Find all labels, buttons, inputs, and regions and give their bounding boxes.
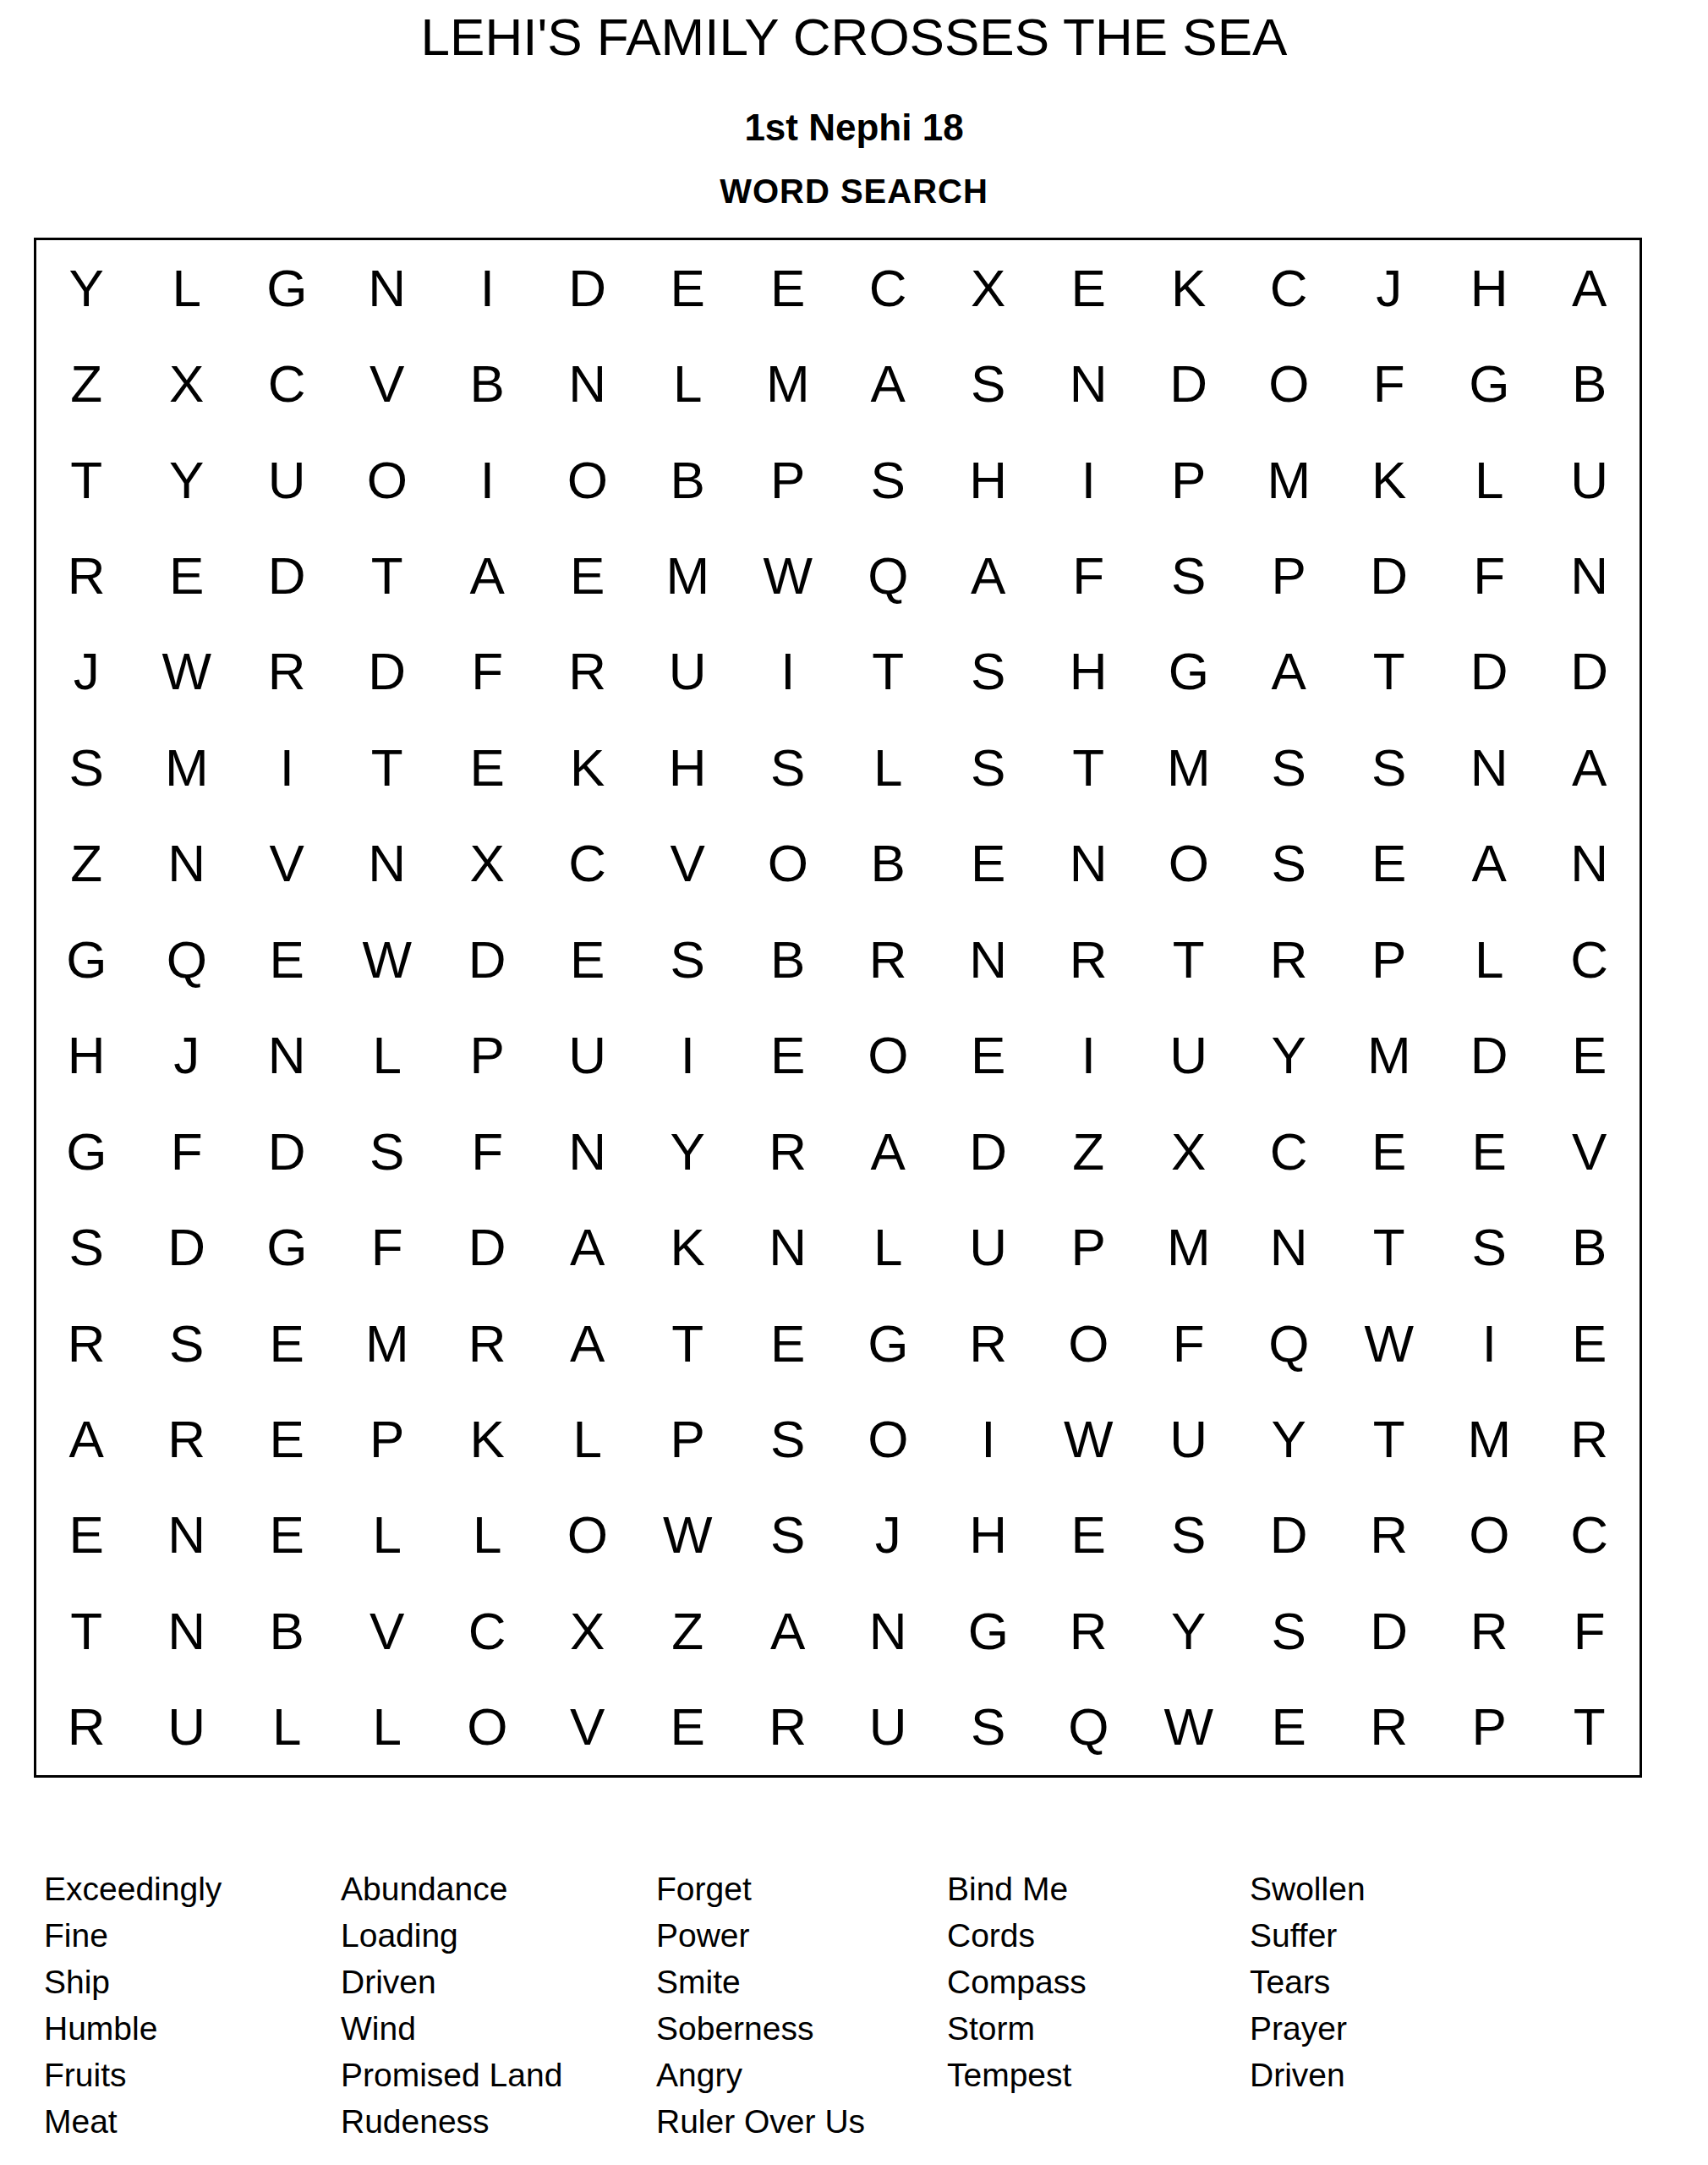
grid-cell-r8c16: C xyxy=(1540,912,1640,1007)
grid-cell-r3c13: M xyxy=(1239,432,1339,528)
grid-cell-r12c7: T xyxy=(638,1296,738,1391)
grid-cell-r6c6: K xyxy=(538,720,638,815)
grid-cell-r7c12: O xyxy=(1139,816,1240,912)
grid-cell-r13c12: U xyxy=(1139,1391,1240,1487)
grid-cell-r14c3: E xyxy=(237,1488,337,1583)
puzzle-type-label: WORD SEARCH xyxy=(0,173,1708,211)
grid-cell-r9c7: I xyxy=(638,1008,738,1104)
grid-cell-r11c7: K xyxy=(638,1199,738,1295)
grid-cell-r13c11: W xyxy=(1038,1391,1139,1487)
grid-cell-r13c5: K xyxy=(437,1391,538,1487)
word-list-column-4: Bind MeCordsCompassStormTempest xyxy=(947,1866,1087,2098)
grid-cell-r12c15: I xyxy=(1439,1296,1540,1391)
grid-cell-r1c2: L xyxy=(137,240,238,336)
grid-cell-r10c6: N xyxy=(538,1104,638,1199)
grid-cell-r11c10: U xyxy=(939,1199,1039,1295)
grid-cell-r15c11: R xyxy=(1038,1583,1139,1679)
grid-cell-r3c9: S xyxy=(838,432,939,528)
word-list-item: Fine xyxy=(44,1912,222,1959)
grid-cell-r4c6: E xyxy=(538,528,638,623)
grid-cell-r10c15: E xyxy=(1439,1104,1540,1199)
grid-cell-r4c7: M xyxy=(638,528,738,623)
grid-cell-r5c1: J xyxy=(36,624,137,720)
grid-cell-r14c1: E xyxy=(36,1488,137,1583)
grid-cell-r10c5: F xyxy=(437,1104,538,1199)
grid-cell-r4c11: F xyxy=(1038,528,1139,623)
grid-cell-r16c6: V xyxy=(538,1680,638,1775)
grid-cell-r12c13: Q xyxy=(1239,1296,1339,1391)
word-list-item: Meat xyxy=(44,2098,222,2145)
grid-cell-r5c12: G xyxy=(1139,624,1240,720)
grid-cell-r9c5: P xyxy=(437,1008,538,1104)
grid-cell-r12c9: G xyxy=(838,1296,939,1391)
grid-cell-r7c5: X xyxy=(437,816,538,912)
grid-cell-r10c16: V xyxy=(1540,1104,1640,1199)
grid-cell-r2c13: O xyxy=(1239,336,1339,431)
grid-cell-r5c13: A xyxy=(1239,624,1339,720)
grid-cell-r2c10: S xyxy=(939,336,1039,431)
grid-cell-r13c13: Y xyxy=(1239,1391,1339,1487)
grid-cell-r16c11: Q xyxy=(1038,1680,1139,1775)
grid-cell-r16c16: T xyxy=(1540,1680,1640,1775)
grid-cell-r8c14: P xyxy=(1339,912,1440,1007)
grid-cell-r3c8: P xyxy=(738,432,839,528)
grid-cell-r7c13: S xyxy=(1239,816,1339,912)
word-list-item: Power xyxy=(656,1912,865,1959)
word-list-item: Abundance xyxy=(341,1866,562,1912)
grid-cell-r7c11: N xyxy=(1038,816,1139,912)
grid-cell-r5c10: S xyxy=(939,624,1039,720)
grid-cell-r10c2: F xyxy=(137,1104,238,1199)
grid-cell-r15c4: V xyxy=(337,1583,438,1679)
grid-cell-r7c6: C xyxy=(538,816,638,912)
grid-cell-r9c14: M xyxy=(1339,1008,1440,1104)
grid-cell-r13c9: O xyxy=(838,1391,939,1487)
grid-cell-r2c7: L xyxy=(638,336,738,431)
grid-cell-r3c15: L xyxy=(1439,432,1540,528)
grid-cell-r11c13: N xyxy=(1239,1199,1339,1295)
grid-cell-r8c7: S xyxy=(638,912,738,1007)
grid-cell-r6c3: I xyxy=(237,720,337,815)
grid-cell-r6c7: H xyxy=(638,720,738,815)
grid-cell-r11c9: L xyxy=(838,1199,939,1295)
grid-cell-r4c13: P xyxy=(1239,528,1339,623)
grid-cell-r7c1: Z xyxy=(36,816,137,912)
grid-cell-r9c2: J xyxy=(137,1008,238,1104)
grid-cell-r14c2: N xyxy=(137,1488,238,1583)
grid-cell-r6c4: T xyxy=(337,720,438,815)
grid-cell-r4c9: Q xyxy=(838,528,939,623)
grid-cell-r11c16: B xyxy=(1540,1199,1640,1295)
word-list-item: Forget xyxy=(656,1866,865,1912)
grid-cell-r1c1: Y xyxy=(36,240,137,336)
word-list-item: Suffer xyxy=(1250,1912,1366,1959)
grid-cell-r7c7: V xyxy=(638,816,738,912)
grid-cell-r7c10: E xyxy=(939,816,1039,912)
grid-cell-r6c11: T xyxy=(1038,720,1139,815)
grid-cell-r11c11: P xyxy=(1038,1199,1139,1295)
grid-cell-r3c11: I xyxy=(1038,432,1139,528)
word-list-item: Tears xyxy=(1250,1959,1366,2005)
grid-cell-r14c13: D xyxy=(1239,1488,1339,1583)
grid-cell-r6c16: A xyxy=(1540,720,1640,815)
grid-cell-r15c2: N xyxy=(137,1583,238,1679)
grid-cell-r13c10: I xyxy=(939,1391,1039,1487)
grid-cell-r15c14: D xyxy=(1339,1583,1440,1679)
grid-cell-r3c5: I xyxy=(437,432,538,528)
grid-cell-r12c8: E xyxy=(738,1296,839,1391)
grid-cell-r16c3: L xyxy=(237,1680,337,1775)
grid-cell-r5c2: W xyxy=(137,624,238,720)
grid-cell-r1c9: C xyxy=(838,240,939,336)
grid-cell-r11c12: M xyxy=(1139,1199,1240,1295)
grid-cell-r14c12: S xyxy=(1139,1488,1240,1583)
grid-cell-r8c5: D xyxy=(437,912,538,1007)
word-list: ExceedinglyFineShipHumbleFruitsMeatAbund… xyxy=(0,1866,1708,2165)
grid-cell-r11c4: F xyxy=(337,1199,438,1295)
grid-cell-r8c4: W xyxy=(337,912,438,1007)
grid-cell-r1c5: I xyxy=(437,240,538,336)
grid-cell-r12c12: F xyxy=(1139,1296,1240,1391)
grid-cell-r6c10: S xyxy=(939,720,1039,815)
grid-cell-r16c2: U xyxy=(137,1680,238,1775)
grid-cell-r7c2: N xyxy=(137,816,238,912)
grid-cell-r6c9: L xyxy=(838,720,939,815)
word-list-item: Swollen xyxy=(1250,1866,1366,1912)
word-list-item: Promised Land xyxy=(341,2052,562,2098)
grid-cell-r15c9: N xyxy=(838,1583,939,1679)
word-list-item: Angry xyxy=(656,2052,865,2098)
word-list-item: Rudeness xyxy=(341,2098,562,2145)
page-title: LEHI'S FAMILY CROSSES THE SEA xyxy=(0,7,1708,67)
word-list-item: Ruler Over Us xyxy=(656,2098,865,2145)
grid-cell-r15c16: F xyxy=(1540,1583,1640,1679)
grid-cell-r1c6: D xyxy=(538,240,638,336)
grid-cell-r3c14: K xyxy=(1339,432,1440,528)
grid-cell-r16c13: E xyxy=(1239,1680,1339,1775)
grid-cell-r4c8: W xyxy=(738,528,839,623)
grid-cell-r7c8: O xyxy=(738,816,839,912)
grid-cell-r5c6: R xyxy=(538,624,638,720)
grid-cell-r6c14: S xyxy=(1339,720,1440,815)
grid-cell-r9c6: U xyxy=(538,1008,638,1104)
grid-cell-r15c1: T xyxy=(36,1583,137,1679)
grid-cell-r13c8: S xyxy=(738,1391,839,1487)
grid-cell-r16c8: R xyxy=(738,1680,839,1775)
grid-cell-r5c11: H xyxy=(1038,624,1139,720)
grid-cell-r14c16: C xyxy=(1540,1488,1640,1583)
grid-cell-r9c16: E xyxy=(1540,1008,1640,1104)
grid-cell-r16c12: W xyxy=(1139,1680,1240,1775)
grid-cell-r2c14: F xyxy=(1339,336,1440,431)
grid-cell-r15c7: Z xyxy=(638,1583,738,1679)
word-list-item: Soberness xyxy=(656,2005,865,2052)
grid-cell-r10c7: Y xyxy=(638,1104,738,1199)
word-list-item: Prayer xyxy=(1250,2005,1366,2052)
grid-cell-r10c1: G xyxy=(36,1104,137,1199)
word-list-item: Cords xyxy=(947,1912,1087,1959)
grid-cell-r9c12: U xyxy=(1139,1008,1240,1104)
grid-cell-r8c11: R xyxy=(1038,912,1139,1007)
grid-cell-r4c1: R xyxy=(36,528,137,623)
scripture-reference: 1st Nephi 18 xyxy=(0,107,1708,149)
grid-cell-r6c5: E xyxy=(437,720,538,815)
word-list-column-5: SwollenSufferTearsPrayerDriven xyxy=(1250,1866,1366,2098)
grid-cell-r5c4: D xyxy=(337,624,438,720)
grid-cell-r13c16: R xyxy=(1540,1391,1640,1487)
grid-cell-r4c12: S xyxy=(1139,528,1240,623)
grid-cell-r9c1: H xyxy=(36,1008,137,1104)
grid-cell-r7c16: N xyxy=(1540,816,1640,912)
grid-cell-r11c8: N xyxy=(738,1199,839,1295)
grid-cell-r3c12: P xyxy=(1139,432,1240,528)
grid-cell-r8c15: L xyxy=(1439,912,1540,1007)
grid-cell-r1c3: G xyxy=(237,240,337,336)
grid-cell-r1c13: C xyxy=(1239,240,1339,336)
grid-cell-r6c1: S xyxy=(36,720,137,815)
grid-cell-r14c15: O xyxy=(1439,1488,1540,1583)
grid-cell-r9c13: Y xyxy=(1239,1008,1339,1104)
grid-cell-r1c4: N xyxy=(337,240,438,336)
grid-cell-r2c15: G xyxy=(1439,336,1540,431)
grid-cell-r8c10: N xyxy=(939,912,1039,1007)
grid-cell-r1c8: E xyxy=(738,240,839,336)
grid-cell-r7c9: B xyxy=(838,816,939,912)
grid-cell-r15c8: A xyxy=(738,1583,839,1679)
grid-cell-r12c2: S xyxy=(137,1296,238,1391)
grid-cell-r15c10: G xyxy=(939,1583,1039,1679)
grid-cell-r12c10: R xyxy=(939,1296,1039,1391)
grid-cell-r1c12: K xyxy=(1139,240,1240,336)
grid-cell-r13c14: T xyxy=(1339,1391,1440,1487)
grid-cell-r9c4: L xyxy=(337,1008,438,1104)
word-list-item: Ship xyxy=(44,1959,222,2005)
grid-cell-r3c2: Y xyxy=(137,432,238,528)
grid-cell-r14c10: H xyxy=(939,1488,1039,1583)
word-list-item: Compass xyxy=(947,1959,1087,2005)
grid-cell-r5c16: D xyxy=(1540,624,1640,720)
grid-cell-r13c15: M xyxy=(1439,1391,1540,1487)
grid-cell-r11c15: S xyxy=(1439,1199,1540,1295)
grid-cell-r10c8: R xyxy=(738,1104,839,1199)
grid-cell-r13c7: P xyxy=(638,1391,738,1487)
word-list-item: Exceedingly xyxy=(44,1866,222,1912)
grid-cell-r15c5: C xyxy=(437,1583,538,1679)
grid-cell-r2c11: N xyxy=(1038,336,1139,431)
grid-cell-r13c2: R xyxy=(137,1391,238,1487)
grid-cell-r12c6: A xyxy=(538,1296,638,1391)
grid-cell-r5c15: D xyxy=(1439,624,1540,720)
grid-cell-r15c6: X xyxy=(538,1583,638,1679)
grid-cell-r2c4: V xyxy=(337,336,438,431)
grid-cell-r4c15: F xyxy=(1439,528,1540,623)
grid-cell-r1c11: E xyxy=(1038,240,1139,336)
grid-cell-r8c2: Q xyxy=(137,912,238,1007)
grid-cell-r16c1: R xyxy=(36,1680,137,1775)
grid-cell-r5c14: T xyxy=(1339,624,1440,720)
word-list-column-2: AbundanceLoadingDrivenWindPromised LandR… xyxy=(341,1866,562,2145)
grid-cell-r8c12: T xyxy=(1139,912,1240,1007)
grid-cell-r11c1: S xyxy=(36,1199,137,1295)
grid-cell-r12c3: E xyxy=(237,1296,337,1391)
grid-cell-r3c1: T xyxy=(36,432,137,528)
grid-cell-r14c7: W xyxy=(638,1488,738,1583)
grid-cell-r6c8: S xyxy=(738,720,839,815)
grid-cell-r4c16: N xyxy=(1540,528,1640,623)
grid-cell-r11c14: T xyxy=(1339,1199,1440,1295)
grid-cell-r15c12: Y xyxy=(1139,1583,1240,1679)
grid-cell-r10c3: D xyxy=(237,1104,337,1199)
grid-cell-r1c7: E xyxy=(638,240,738,336)
grid-cell-r8c3: E xyxy=(237,912,337,1007)
grid-cell-r8c1: G xyxy=(36,912,137,1007)
grid-cell-r6c13: S xyxy=(1239,720,1339,815)
word-list-column-1: ExceedinglyFineShipHumbleFruitsMeat xyxy=(44,1866,222,2145)
grid-cell-r12c14: W xyxy=(1339,1296,1440,1391)
grid-cell-r2c12: D xyxy=(1139,336,1240,431)
grid-cell-r7c4: N xyxy=(337,816,438,912)
grid-cell-r10c9: A xyxy=(838,1104,939,1199)
grid-cell-r7c3: V xyxy=(237,816,337,912)
grid-cell-r2c2: X xyxy=(137,336,238,431)
grid-cell-r4c4: T xyxy=(337,528,438,623)
grid-cell-r14c4: L xyxy=(337,1488,438,1583)
word-list-item: Storm xyxy=(947,2005,1087,2052)
grid-cell-r15c3: B xyxy=(237,1583,337,1679)
grid-cell-r13c1: A xyxy=(36,1391,137,1487)
grid-cell-r2c9: A xyxy=(838,336,939,431)
grid-cell-r3c10: H xyxy=(939,432,1039,528)
grid-cell-r12c5: R xyxy=(437,1296,538,1391)
word-list-item: Loading xyxy=(341,1912,562,1959)
grid-cell-r10c14: E xyxy=(1339,1104,1440,1199)
grid-cell-r14c8: S xyxy=(738,1488,839,1583)
grid-cell-r9c8: E xyxy=(738,1008,839,1104)
grid-cell-r8c8: B xyxy=(738,912,839,1007)
grid-cell-r1c10: X xyxy=(939,240,1039,336)
grid-cell-r11c2: D xyxy=(137,1199,238,1295)
grid-cell-r14c5: L xyxy=(437,1488,538,1583)
grid-cell-r4c2: E xyxy=(137,528,238,623)
grid-cell-r3c6: O xyxy=(538,432,638,528)
word-list-item: Driven xyxy=(341,1959,562,2005)
grid-cell-r2c3: C xyxy=(237,336,337,431)
grid-cell-r5c8: I xyxy=(738,624,839,720)
grid-cell-r8c6: E xyxy=(538,912,638,1007)
grid-cell-r4c14: D xyxy=(1339,528,1440,623)
grid-cell-r10c11: Z xyxy=(1038,1104,1139,1199)
word-list-column-3: ForgetPowerSmiteSobernessAngryRuler Over… xyxy=(656,1866,865,2145)
grid-cell-r2c5: B xyxy=(437,336,538,431)
grid-cell-r7c15: A xyxy=(1439,816,1540,912)
grid-cell-r10c10: D xyxy=(939,1104,1039,1199)
grid-cell-r12c11: O xyxy=(1038,1296,1139,1391)
grid-cell-r5c5: F xyxy=(437,624,538,720)
grid-cell-r5c3: R xyxy=(237,624,337,720)
grid-cell-r15c15: R xyxy=(1439,1583,1540,1679)
grid-cell-r3c7: B xyxy=(638,432,738,528)
word-list-item: Wind xyxy=(341,2005,562,2052)
grid-cell-r3c16: U xyxy=(1540,432,1640,528)
word-list-item: Bind Me xyxy=(947,1866,1087,1912)
grid-cell-r16c14: R xyxy=(1339,1680,1440,1775)
grid-cell-r8c13: R xyxy=(1239,912,1339,1007)
grid-cell-r8c9: R xyxy=(838,912,939,1007)
word-list-item: Humble xyxy=(44,2005,222,2052)
grid-cell-r9c11: I xyxy=(1038,1008,1139,1104)
grid-cell-r10c13: C xyxy=(1239,1104,1339,1199)
grid-cell-r5c7: U xyxy=(638,624,738,720)
grid-cell-r10c12: X xyxy=(1139,1104,1240,1199)
grid-cell-r16c4: L xyxy=(337,1680,438,1775)
grid-cell-r5c9: T xyxy=(838,624,939,720)
grid-cell-r16c5: O xyxy=(437,1680,538,1775)
grid-cell-r7c14: E xyxy=(1339,816,1440,912)
grid-cell-r12c1: R xyxy=(36,1296,137,1391)
grid-cell-r2c8: M xyxy=(738,336,839,431)
grid-cell-r4c10: A xyxy=(939,528,1039,623)
grid-cell-r1c14: J xyxy=(1339,240,1440,336)
grid-cell-r13c6: L xyxy=(538,1391,638,1487)
grid-cell-r12c4: M xyxy=(337,1296,438,1391)
grid-cell-r3c3: U xyxy=(237,432,337,528)
word-list-item: Fruits xyxy=(44,2052,222,2098)
grid-cell-r10c4: S xyxy=(337,1104,438,1199)
grid-cell-r3c4: O xyxy=(337,432,438,528)
grid-cell-r1c16: A xyxy=(1540,240,1640,336)
grid-cell-r9c15: D xyxy=(1439,1008,1540,1104)
grid-cell-r16c15: P xyxy=(1439,1680,1540,1775)
grid-cell-r16c10: S xyxy=(939,1680,1039,1775)
word-list-item: Tempest xyxy=(947,2052,1087,2098)
grid-cell-r11c3: G xyxy=(237,1199,337,1295)
grid-cell-r14c14: R xyxy=(1339,1488,1440,1583)
grid-cell-r6c15: N xyxy=(1439,720,1540,815)
grid-cell-r13c3: E xyxy=(237,1391,337,1487)
grid-cell-r11c5: D xyxy=(437,1199,538,1295)
grid-cell-r9c10: E xyxy=(939,1008,1039,1104)
grid-cell-r9c3: N xyxy=(237,1008,337,1104)
grid-cell-r2c16: B xyxy=(1540,336,1640,431)
grid-cell-r4c3: D xyxy=(237,528,337,623)
word-list-item: Smite xyxy=(656,1959,865,2005)
grid-cell-r14c9: J xyxy=(838,1488,939,1583)
grid-cell-r14c11: E xyxy=(1038,1488,1139,1583)
grid-cell-r12c16: E xyxy=(1540,1296,1640,1391)
grid-cell-r2c1: Z xyxy=(36,336,137,431)
grid-cell-r16c9: U xyxy=(838,1680,939,1775)
grid-cell-r6c2: M xyxy=(137,720,238,815)
grid-cell-r16c7: E xyxy=(638,1680,738,1775)
grid-cell-r6c12: M xyxy=(1139,720,1240,815)
grid-cell-r13c4: P xyxy=(337,1391,438,1487)
grid-cell-r9c9: O xyxy=(838,1008,939,1104)
grid-cell-r15c13: S xyxy=(1239,1583,1339,1679)
grid-cell-r4c5: A xyxy=(437,528,538,623)
grid-cell-r2c6: N xyxy=(538,336,638,431)
grid-cell-r1c15: H xyxy=(1439,240,1540,336)
word-search-page: LEHI'S FAMILY CROSSES THE SEA 1st Nephi … xyxy=(0,0,1708,2165)
grid-cell-r11c6: A xyxy=(538,1199,638,1295)
word-list-item: Driven xyxy=(1250,2052,1366,2098)
grid-cell-r14c6: O xyxy=(538,1488,638,1583)
letter-grid: YLGNIDEECXEKCJHAZXCVBNLMASNDOFGBTYUOIOBP… xyxy=(34,238,1642,1778)
